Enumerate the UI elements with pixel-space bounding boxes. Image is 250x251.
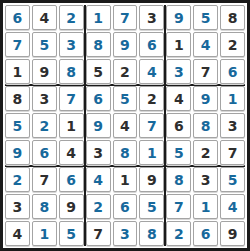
cell-r5c3[interactable]: 1 — [59, 113, 84, 138]
cell-r9c9[interactable]: 9 — [220, 221, 245, 246]
cell-r5c8[interactable]: 8 — [193, 113, 218, 138]
cell-r1c1[interactable]: 6 — [5, 5, 30, 30]
cell-r8c4[interactable]: 2 — [86, 194, 111, 219]
box-r2c3: 491683527 — [166, 86, 245, 165]
cell-r7c4[interactable]: 4 — [86, 167, 111, 192]
cell-r1c8[interactable]: 5 — [193, 5, 218, 30]
cell-r8c8[interactable]: 1 — [193, 194, 218, 219]
cell-r1c6[interactable]: 3 — [139, 5, 164, 30]
cell-r6c4[interactable]: 3 — [86, 140, 111, 165]
box-r2c2: 652947381 — [86, 86, 165, 165]
cell-r9c6[interactable]: 8 — [139, 221, 164, 246]
cell-r2c2[interactable]: 5 — [32, 32, 57, 57]
cell-r7c7[interactable]: 8 — [166, 167, 191, 192]
cell-r9c3[interactable]: 5 — [59, 221, 84, 246]
sudoku-board: 6427531981738965249581423768375219646529… — [0, 0, 250, 251]
cell-r2c5[interactable]: 9 — [113, 32, 138, 57]
cell-r1c2[interactable]: 4 — [32, 5, 57, 30]
box-r1c3: 958142376 — [166, 5, 245, 84]
cell-r5c9[interactable]: 3 — [220, 113, 245, 138]
cell-r5c5[interactable]: 4 — [113, 113, 138, 138]
cell-r8c9[interactable]: 4 — [220, 194, 245, 219]
cell-r4c4[interactable]: 6 — [86, 86, 111, 111]
cell-r3c2[interactable]: 9 — [32, 59, 57, 84]
cell-r6c8[interactable]: 2 — [193, 140, 218, 165]
cell-r4c9[interactable]: 1 — [220, 86, 245, 111]
cell-r6c9[interactable]: 7 — [220, 140, 245, 165]
cell-r5c1[interactable]: 5 — [5, 113, 30, 138]
cell-r7c9[interactable]: 5 — [220, 167, 245, 192]
cell-r8c7[interactable]: 7 — [166, 194, 191, 219]
cell-r3c4[interactable]: 5 — [86, 59, 111, 84]
cell-r3c8[interactable]: 7 — [193, 59, 218, 84]
cell-r4c1[interactable]: 8 — [5, 86, 30, 111]
cell-r3c3[interactable]: 8 — [59, 59, 84, 84]
cell-r6c7[interactable]: 5 — [166, 140, 191, 165]
cell-r9c2[interactable]: 1 — [32, 221, 57, 246]
box-r1c1: 642753198 — [5, 5, 84, 84]
cell-r4c7[interactable]: 4 — [166, 86, 191, 111]
box-r2c1: 837521964 — [5, 86, 84, 165]
cell-r6c1[interactable]: 9 — [5, 140, 30, 165]
cell-r6c5[interactable]: 8 — [113, 140, 138, 165]
cell-r8c6[interactable]: 5 — [139, 194, 164, 219]
cell-r8c5[interactable]: 6 — [113, 194, 138, 219]
cell-r7c5[interactable]: 1 — [113, 167, 138, 192]
cell-r2c4[interactable]: 8 — [86, 32, 111, 57]
cell-r6c3[interactable]: 4 — [59, 140, 84, 165]
cell-r4c8[interactable]: 9 — [193, 86, 218, 111]
box-r3c1: 276389415 — [5, 167, 84, 246]
cell-r1c4[interactable]: 1 — [86, 5, 111, 30]
cell-r9c5[interactable]: 3 — [113, 221, 138, 246]
cell-r4c5[interactable]: 5 — [113, 86, 138, 111]
cell-r4c3[interactable]: 7 — [59, 86, 84, 111]
cell-r2c3[interactable]: 3 — [59, 32, 84, 57]
cell-r3c9[interactable]: 6 — [220, 59, 245, 84]
cell-r6c6[interactable]: 1 — [139, 140, 164, 165]
box-r1c2: 173896524 — [86, 5, 165, 84]
cell-r7c2[interactable]: 7 — [32, 167, 57, 192]
cell-r2c7[interactable]: 1 — [166, 32, 191, 57]
cell-r5c7[interactable]: 6 — [166, 113, 191, 138]
cell-r1c3[interactable]: 2 — [59, 5, 84, 30]
cell-r5c6[interactable]: 7 — [139, 113, 164, 138]
cell-r3c1[interactable]: 1 — [5, 59, 30, 84]
cell-r7c1[interactable]: 2 — [5, 167, 30, 192]
cell-r4c6[interactable]: 2 — [139, 86, 164, 111]
cell-r1c9[interactable]: 8 — [220, 5, 245, 30]
cell-r9c7[interactable]: 2 — [166, 221, 191, 246]
cell-r7c6[interactable]: 9 — [139, 167, 164, 192]
cell-r3c5[interactable]: 2 — [113, 59, 138, 84]
cell-r7c8[interactable]: 3 — [193, 167, 218, 192]
cell-r6c2[interactable]: 6 — [32, 140, 57, 165]
cell-r2c9[interactable]: 2 — [220, 32, 245, 57]
cell-r3c6[interactable]: 4 — [139, 59, 164, 84]
cell-r9c1[interactable]: 4 — [5, 221, 30, 246]
cell-r8c1[interactable]: 3 — [5, 194, 30, 219]
cell-r1c7[interactable]: 9 — [166, 5, 191, 30]
cell-r5c2[interactable]: 2 — [32, 113, 57, 138]
cell-r8c3[interactable]: 9 — [59, 194, 84, 219]
cell-r2c6[interactable]: 6 — [139, 32, 164, 57]
box-r3c2: 419265738 — [86, 167, 165, 246]
sudoku-boxes-grid: 6427531981738965249581423768375219646529… — [5, 5, 245, 246]
cell-r7c3[interactable]: 6 — [59, 167, 84, 192]
cell-r2c1[interactable]: 7 — [5, 32, 30, 57]
cell-r9c8[interactable]: 6 — [193, 221, 218, 246]
cell-r2c8[interactable]: 4 — [193, 32, 218, 57]
cell-r4c2[interactable]: 3 — [32, 86, 57, 111]
box-r3c3: 835714269 — [166, 167, 245, 246]
cell-r9c4[interactable]: 7 — [86, 221, 111, 246]
cell-r5c4[interactable]: 9 — [86, 113, 111, 138]
cell-r3c7[interactable]: 3 — [166, 59, 191, 84]
cell-r8c2[interactable]: 8 — [32, 194, 57, 219]
cell-r1c5[interactable]: 7 — [113, 5, 138, 30]
